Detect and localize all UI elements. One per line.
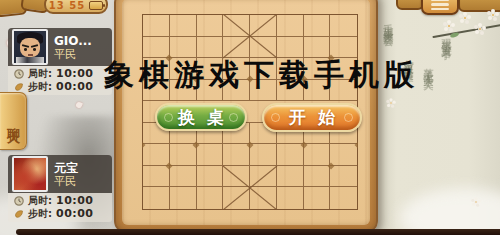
app-screen: 千里姻缘棋盘会 楚河汉界论英雄 落子无悔大丈夫 观棋不语真君子 <box>0 0 500 235</box>
gold-ornament <box>396 0 424 10</box>
player-rank: 平民 <box>54 175 78 188</box>
player-timers: 局时: 10:00 步时: 00:00 <box>8 66 112 95</box>
clock-icon <box>14 196 24 206</box>
table-edge <box>16 229 500 235</box>
game-time-value: 10:00 <box>56 194 94 207</box>
game-time-value: 10:00 <box>56 67 94 80</box>
game-time-label: 局时: <box>28 194 52 208</box>
plum-blossom <box>478 27 482 31</box>
avatar <box>12 156 48 192</box>
chat-tab-label: 聊天 <box>4 116 22 126</box>
chat-tab[interactable]: 聊天 <box>0 92 27 150</box>
start-button[interactable]: 开始 <box>262 103 362 132</box>
time-text: 13 55 <box>49 0 85 11</box>
avatar <box>12 29 48 65</box>
player-rank: 平民 <box>54 48 92 61</box>
step-time-value: 00:00 <box>56 80 94 93</box>
player-info-row: GIO... 平民 <box>8 28 112 66</box>
player-panel-bottom: 元宝 平民 局时: 10:00 步时: 00:00 <box>8 155 112 222</box>
change-table-button[interactable]: 换桌 <box>155 103 247 131</box>
gold-ornament <box>458 0 500 12</box>
step-time-label: 步时: <box>28 80 52 94</box>
plum-blossom <box>463 16 467 20</box>
game-time-label: 局时: <box>28 67 52 81</box>
calligraphy-texture: 观棋不语真君子 <box>439 30 453 140</box>
ad-headline: 象棋游戏下载手机版 <box>104 55 419 96</box>
player-timers: 局时: 10:00 步时: 00:00 <box>8 193 112 222</box>
step-time-value: 00:00 <box>56 207 94 220</box>
calligraphy-texture: 千里姻缘棋盘会 <box>381 16 395 176</box>
change-table-label: 换桌 <box>178 106 236 129</box>
start-label: 开始 <box>289 106 347 129</box>
player-name: 元宝 <box>54 161 78 175</box>
player-name: GIO... <box>54 34 92 48</box>
footstep-icon <box>14 82 24 92</box>
plum-blossom <box>389 101 392 104</box>
plum-blossom <box>474 200 477 203</box>
calligraphy-texture: 落子无悔大丈夫 <box>421 60 435 180</box>
player-panel-top: GIO... 平民 局时: 10:00 步时: 00:00 <box>8 28 112 95</box>
battery-icon <box>89 1 103 10</box>
status-clock-pill: 13 55 <box>44 0 108 14</box>
hamburger-menu-button[interactable] <box>421 0 459 15</box>
player-info-row: 元宝 平民 <box>8 155 112 193</box>
step-time-label: 步时: <box>28 207 52 221</box>
plum-blossom <box>491 13 495 17</box>
footstep-icon <box>14 209 24 219</box>
hamburger-menu-icon <box>431 0 449 1</box>
clock-icon <box>14 69 24 79</box>
plum-blossom <box>447 24 451 28</box>
